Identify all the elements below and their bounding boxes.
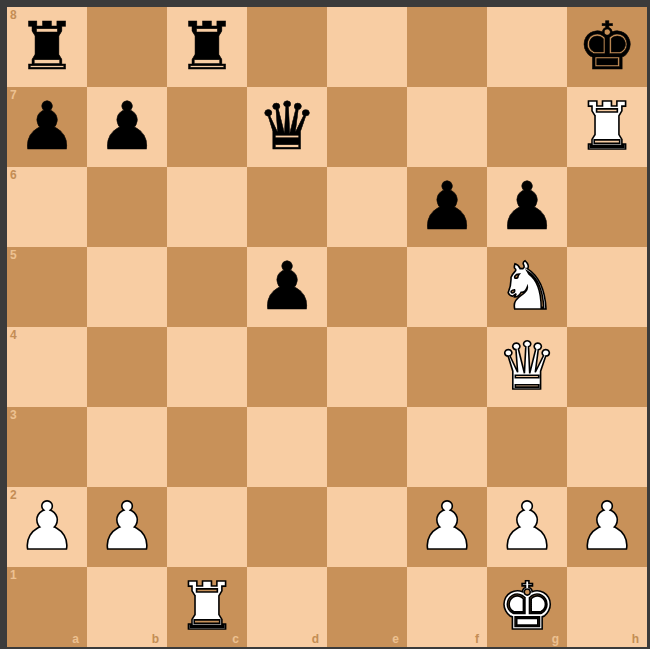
square-c2[interactable]	[167, 487, 247, 567]
square-c7[interactable]	[167, 87, 247, 167]
white-knight-g5[interactable]: ♞	[487, 247, 567, 327]
white-pawn-g2[interactable]: ♟	[487, 487, 567, 567]
rank-label-4: 4	[10, 329, 17, 341]
square-e4[interactable]	[327, 327, 407, 407]
square-h4[interactable]	[567, 327, 647, 407]
rank-label-6: 6	[10, 169, 17, 181]
square-a7[interactable]: 7♟	[7, 87, 87, 167]
square-b8[interactable]	[87, 7, 167, 87]
square-f8[interactable]	[407, 7, 487, 87]
square-c8[interactable]: ♜	[167, 7, 247, 87]
square-a1[interactable]: 1a	[7, 567, 87, 647]
square-a6[interactable]: 6	[7, 167, 87, 247]
black-pawn-b7[interactable]: ♟	[87, 87, 167, 167]
square-f4[interactable]	[407, 327, 487, 407]
square-b5[interactable]	[87, 247, 167, 327]
square-g3[interactable]	[487, 407, 567, 487]
rank-label-5: 5	[10, 249, 17, 261]
square-h2[interactable]: ♟	[567, 487, 647, 567]
square-e7[interactable]	[327, 87, 407, 167]
black-pawn-f6[interactable]: ♟	[407, 167, 487, 247]
file-label-e: e	[392, 633, 399, 645]
square-f7[interactable]	[407, 87, 487, 167]
black-king-h8[interactable]: ♚	[567, 7, 647, 87]
black-pawn-a7[interactable]: ♟	[7, 87, 87, 167]
square-e5[interactable]	[327, 247, 407, 327]
square-e8[interactable]	[327, 7, 407, 87]
square-b3[interactable]	[87, 407, 167, 487]
square-a4[interactable]: 4	[7, 327, 87, 407]
square-g2[interactable]: ♟	[487, 487, 567, 567]
square-h8[interactable]: ♚	[567, 7, 647, 87]
file-label-a: a	[72, 633, 79, 645]
square-b6[interactable]	[87, 167, 167, 247]
white-queen-g4[interactable]: ♛	[487, 327, 567, 407]
file-label-b: b	[152, 633, 159, 645]
square-e2[interactable]	[327, 487, 407, 567]
black-pawn-g6[interactable]: ♟	[487, 167, 567, 247]
black-queen-d7[interactable]: ♛	[247, 87, 327, 167]
square-g7[interactable]	[487, 87, 567, 167]
square-c1[interactable]: c♜	[167, 567, 247, 647]
square-a3[interactable]: 3	[7, 407, 87, 487]
square-d6[interactable]	[247, 167, 327, 247]
square-d7[interactable]: ♛	[247, 87, 327, 167]
square-h3[interactable]	[567, 407, 647, 487]
square-a8[interactable]: 8♜	[7, 7, 87, 87]
square-g4[interactable]: ♛	[487, 327, 567, 407]
square-d8[interactable]	[247, 7, 327, 87]
square-c3[interactable]	[167, 407, 247, 487]
square-g6[interactable]: ♟	[487, 167, 567, 247]
square-f3[interactable]	[407, 407, 487, 487]
square-b1[interactable]: b	[87, 567, 167, 647]
square-f5[interactable]	[407, 247, 487, 327]
square-c5[interactable]	[167, 247, 247, 327]
rank-label-3: 3	[10, 409, 17, 421]
square-d4[interactable]	[247, 327, 327, 407]
square-h5[interactable]	[567, 247, 647, 327]
square-c4[interactable]	[167, 327, 247, 407]
square-d5[interactable]: ♟	[247, 247, 327, 327]
square-f6[interactable]: ♟	[407, 167, 487, 247]
white-pawn-b2[interactable]: ♟	[87, 487, 167, 567]
square-h1[interactable]: h	[567, 567, 647, 647]
file-label-h: h	[632, 633, 639, 645]
square-e3[interactable]	[327, 407, 407, 487]
black-rook-c8[interactable]: ♜	[167, 7, 247, 87]
square-d3[interactable]	[247, 407, 327, 487]
square-b4[interactable]	[87, 327, 167, 407]
rank-label-1: 1	[10, 569, 17, 581]
file-label-d: d	[312, 633, 319, 645]
white-rook-c1[interactable]: ♜	[167, 567, 247, 647]
square-a2[interactable]: 2♟	[7, 487, 87, 567]
black-rook-a8[interactable]: ♜	[7, 7, 87, 87]
white-king-g1[interactable]: ♚	[487, 567, 567, 647]
white-pawn-h2[interactable]: ♟	[567, 487, 647, 567]
square-g1[interactable]: g♚	[487, 567, 567, 647]
square-a5[interactable]: 5	[7, 247, 87, 327]
square-d2[interactable]	[247, 487, 327, 567]
square-e1[interactable]: e	[327, 567, 407, 647]
board-frame: 8♜♜♚7♟♟♛♜6♟♟5♟♞4♛32♟♟♟♟♟1abc♜defg♚h	[0, 0, 650, 649]
square-g8[interactable]	[487, 7, 567, 87]
square-b7[interactable]: ♟	[87, 87, 167, 167]
square-h6[interactable]	[567, 167, 647, 247]
chess-board: 8♜♜♚7♟♟♛♜6♟♟5♟♞4♛32♟♟♟♟♟1abc♜defg♚h	[7, 7, 647, 647]
square-b2[interactable]: ♟	[87, 487, 167, 567]
white-rook-h7[interactable]: ♜	[567, 87, 647, 167]
square-g5[interactable]: ♞	[487, 247, 567, 327]
black-pawn-d5[interactable]: ♟	[247, 247, 327, 327]
white-pawn-a2[interactable]: ♟	[7, 487, 87, 567]
square-c6[interactable]	[167, 167, 247, 247]
square-h7[interactable]: ♜	[567, 87, 647, 167]
file-label-f: f	[475, 633, 479, 645]
square-f1[interactable]: f	[407, 567, 487, 647]
square-f2[interactable]: ♟	[407, 487, 487, 567]
square-d1[interactable]: d	[247, 567, 327, 647]
white-pawn-f2[interactable]: ♟	[407, 487, 487, 567]
square-e6[interactable]	[327, 167, 407, 247]
